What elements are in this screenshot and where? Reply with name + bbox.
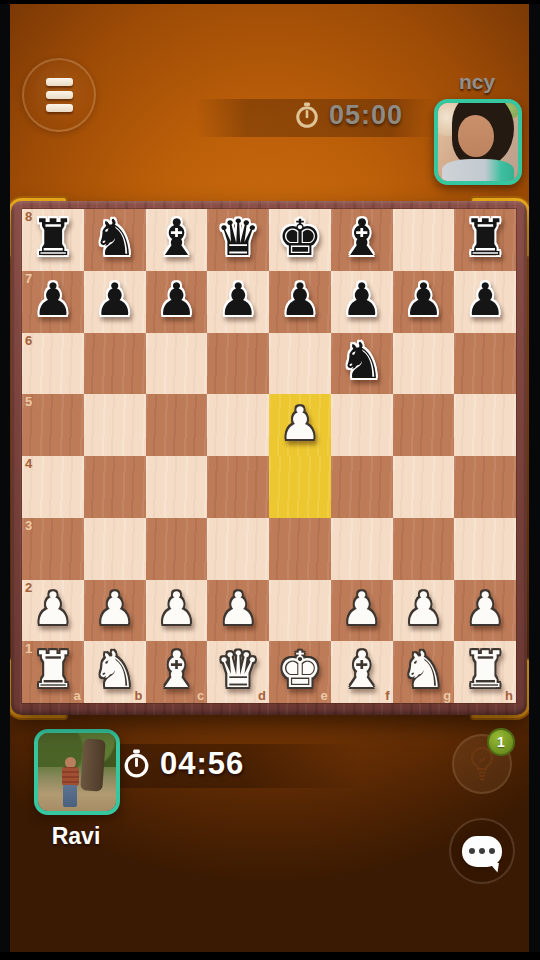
file-label-f: f [385, 689, 389, 702]
square-a8[interactable]: 8♜ [22, 209, 84, 271]
piece-black-pawn[interactable]: ♟ [403, 277, 443, 322]
piece-white-pawn[interactable]: ♟ [341, 586, 381, 631]
square-g6[interactable] [393, 333, 455, 395]
user-avatar [34, 729, 120, 815]
piece-white-bishop[interactable]: ♝ [339, 645, 384, 695]
piece-white-pawn[interactable]: ♟ [403, 586, 443, 631]
square-e3[interactable] [269, 518, 331, 580]
user-name: Ravi [32, 823, 120, 850]
square-b1[interactable]: b♞ [84, 641, 146, 703]
square-g8[interactable] [393, 209, 455, 271]
rank-label-6: 6 [25, 334, 32, 347]
square-c6[interactable] [146, 333, 208, 395]
square-d1[interactable]: d♛ [207, 641, 269, 703]
piece-white-queen[interactable]: ♛ [216, 645, 261, 695]
square-h1[interactable]: h♜ [454, 641, 516, 703]
square-d5[interactable] [207, 394, 269, 456]
piece-black-pawn[interactable]: ♟ [33, 277, 73, 322]
square-c4[interactable] [146, 456, 208, 518]
rank-label-4: 4 [25, 457, 32, 470]
rank-label-2: 2 [25, 581, 32, 594]
square-f6[interactable]: ♞ [331, 333, 393, 395]
square-c2[interactable]: ♟ [146, 580, 208, 642]
square-a3[interactable]: 3 [22, 518, 84, 580]
piece-black-rook[interactable]: ♜ [30, 213, 75, 263]
square-c5[interactable] [146, 394, 208, 456]
square-a5[interactable]: 5 [22, 394, 84, 456]
square-b8[interactable]: ♞ [84, 209, 146, 271]
square-f8[interactable]: ♝ [331, 209, 393, 271]
rank-label-5: 5 [25, 395, 32, 408]
square-h3[interactable] [454, 518, 516, 580]
piece-black-bishop[interactable]: ♝ [339, 213, 384, 263]
game-background: 05:00 ncy 8♜♞♝♛♚♝♜7♟♟♟♟♟♟♟♟6♞5♟432♟♟♟♟♟♟… [0, 0, 540, 960]
square-f2[interactable]: ♟ [331, 580, 393, 642]
piece-white-pawn[interactable]: ♟ [94, 586, 134, 631]
square-g4[interactable] [393, 456, 455, 518]
piece-white-knight[interactable]: ♞ [92, 645, 137, 695]
piece-black-king[interactable]: ♚ [277, 213, 322, 263]
square-a1[interactable]: 1a♜ [22, 641, 84, 703]
chat-button[interactable] [449, 818, 515, 884]
square-g7[interactable]: ♟ [393, 271, 455, 333]
square-b3[interactable] [84, 518, 146, 580]
square-g5[interactable] [393, 394, 455, 456]
screen-edge [0, 0, 10, 960]
square-c1[interactable]: c♝ [146, 641, 208, 703]
opponent-avatar-photo [438, 103, 518, 181]
square-a4[interactable]: 4 [22, 456, 84, 518]
square-g1[interactable]: g♞ [393, 641, 455, 703]
square-d2[interactable]: ♟ [207, 580, 269, 642]
square-d4[interactable] [207, 456, 269, 518]
square-h2[interactable]: ♟ [454, 580, 516, 642]
square-f3[interactable] [331, 518, 393, 580]
square-h6[interactable] [454, 333, 516, 395]
board-squares: 8♜♞♝♛♚♝♜7♟♟♟♟♟♟♟♟6♞5♟432♟♟♟♟♟♟♟1a♜b♞c♝d♛… [22, 209, 516, 703]
square-f1[interactable]: f♝ [331, 641, 393, 703]
piece-black-knight[interactable]: ♞ [339, 336, 384, 386]
square-c8[interactable]: ♝ [146, 209, 208, 271]
piece-black-pawn[interactable]: ♟ [341, 277, 381, 322]
piece-white-pawn[interactable]: ♟ [33, 586, 73, 631]
opponent-clock: 05:00 [294, 100, 403, 131]
piece-white-pawn[interactable]: ♟ [465, 586, 505, 631]
piece-black-pawn[interactable]: ♟ [156, 277, 196, 322]
rank-label-3: 3 [25, 519, 32, 532]
square-e7[interactable]: ♟ [269, 271, 331, 333]
square-c3[interactable] [146, 518, 208, 580]
piece-white-bishop[interactable]: ♝ [154, 645, 199, 695]
hint-count-badge: 1 [487, 728, 515, 756]
opponent-avatar [434, 99, 522, 185]
square-h5[interactable] [454, 394, 516, 456]
piece-white-rook[interactable]: ♜ [463, 645, 508, 695]
piece-black-knight[interactable]: ♞ [92, 213, 137, 263]
square-a6[interactable]: 6 [22, 333, 84, 395]
square-f5[interactable] [331, 394, 393, 456]
opponent-clock-text: 05:00 [329, 100, 403, 131]
square-d8[interactable]: ♛ [207, 209, 269, 271]
square-b2[interactable]: ♟ [84, 580, 146, 642]
square-b7[interactable]: ♟ [84, 271, 146, 333]
square-e5[interactable]: ♟ [269, 394, 331, 456]
square-f7[interactable]: ♟ [331, 271, 393, 333]
square-b5[interactable] [84, 394, 146, 456]
piece-white-rook[interactable]: ♜ [30, 645, 75, 695]
chat-bubble-icon [462, 836, 502, 867]
square-a2[interactable]: 2♟ [22, 580, 84, 642]
square-h4[interactable] [454, 456, 516, 518]
chess-board: 8♜♞♝♛♚♝♜7♟♟♟♟♟♟♟♟6♞5♟432♟♟♟♟♟♟♟1a♜b♞c♝d♛… [11, 201, 527, 715]
piece-white-pawn[interactable]: ♟ [156, 586, 196, 631]
square-b6[interactable] [84, 333, 146, 395]
square-e2[interactable] [269, 580, 331, 642]
stopwatch-icon [294, 102, 320, 130]
square-e1[interactable]: e♚ [269, 641, 331, 703]
square-h8[interactable]: ♜ [454, 209, 516, 271]
square-e4[interactable] [269, 456, 331, 518]
screen-edge [0, 0, 540, 4]
menu-button[interactable] [22, 58, 96, 132]
piece-white-knight[interactable]: ♞ [401, 645, 446, 695]
user-clock-text: 04:56 [160, 746, 244, 782]
piece-black-pawn[interactable]: ♟ [218, 277, 258, 322]
piece-white-king[interactable]: ♚ [277, 645, 322, 695]
screen-edge [0, 952, 540, 960]
stopwatch-icon [122, 749, 151, 780]
square-d7[interactable]: ♟ [207, 271, 269, 333]
square-d6[interactable] [207, 333, 269, 395]
square-e6[interactable] [269, 333, 331, 395]
square-d3[interactable] [207, 518, 269, 580]
square-g3[interactable] [393, 518, 455, 580]
piece-black-pawn[interactable]: ♟ [465, 277, 505, 322]
hamburger-menu-icon [46, 78, 73, 86]
square-b4[interactable] [84, 456, 146, 518]
piece-black-bishop[interactable]: ♝ [154, 213, 199, 263]
rank-label-7: 7 [25, 272, 32, 285]
square-h7[interactable]: ♟ [454, 271, 516, 333]
square-e8[interactable]: ♚ [269, 209, 331, 271]
piece-black-pawn[interactable]: ♟ [280, 277, 320, 322]
piece-black-pawn[interactable]: ♟ [94, 277, 134, 322]
square-f4[interactable] [331, 456, 393, 518]
square-g2[interactable]: ♟ [393, 580, 455, 642]
user-clock: 04:56 [122, 746, 244, 782]
piece-white-pawn[interactable]: ♟ [280, 401, 320, 446]
user-avatar-photo [38, 733, 116, 811]
square-a7[interactable]: 7♟ [22, 271, 84, 333]
piece-black-queen[interactable]: ♛ [216, 213, 261, 263]
square-c7[interactable]: ♟ [146, 271, 208, 333]
opponent-name: ncy [432, 70, 522, 94]
piece-white-pawn[interactable]: ♟ [218, 586, 258, 631]
piece-black-rook[interactable]: ♜ [463, 213, 508, 263]
screen-edge [529, 0, 540, 960]
